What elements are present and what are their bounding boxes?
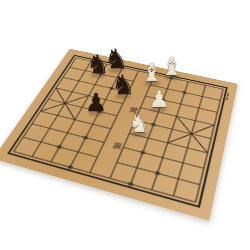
white-piece-2-shadow xyxy=(164,75,180,80)
black-piece-1-shadow xyxy=(90,73,106,78)
white-piece-1-shadow xyxy=(144,81,160,86)
pieces-layer: ♞♞♞♟♝♝♟♞ xyxy=(0,0,250,250)
black-piece-4-shadow xyxy=(88,111,104,116)
black-piece-2-shadow xyxy=(108,68,124,73)
white-piece-4-shadow xyxy=(131,132,147,137)
black-piece-3-shadow xyxy=(115,94,131,99)
white-piece-3-shadow xyxy=(151,107,167,112)
photo-scene: 楚河 汉界 ♞♞♞♟♝♝♟♞ xyxy=(0,0,250,250)
